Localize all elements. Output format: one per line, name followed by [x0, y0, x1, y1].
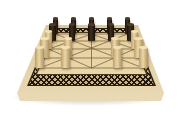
peg-light-r5c4[interactable]: [113, 47, 122, 68]
peg-light-r5c1[interactable]: [35, 47, 44, 68]
peg-dark-r2c3[interactable]: [88, 24, 94, 41]
board-photo: [0, 0, 178, 119]
peg-light-r5c2[interactable]: [61, 47, 70, 68]
peg-light-r5c5[interactable]: [139, 47, 148, 68]
